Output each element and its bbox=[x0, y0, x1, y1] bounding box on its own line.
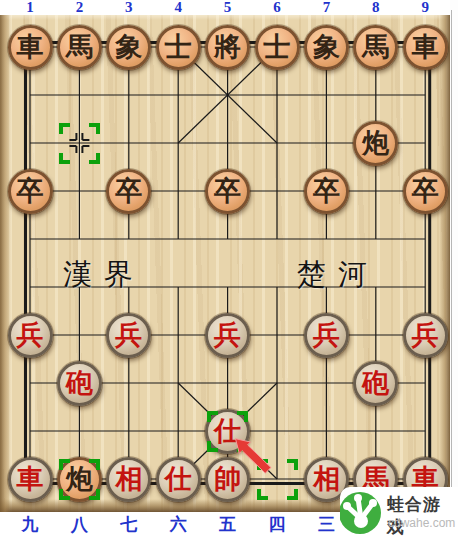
piece-glyph: 仕 bbox=[214, 409, 241, 454]
piece-glyph: 卒 bbox=[214, 169, 241, 214]
piece-black-cannon[interactable]: 炮 bbox=[57, 457, 102, 502]
watermark-name: 蛙合游戏 bbox=[387, 493, 458, 537]
top-file-label: 3 bbox=[117, 0, 141, 15]
piece-glyph: 卒 bbox=[313, 169, 340, 214]
watermark: 蛙合游戏 cdwahe.com bbox=[340, 487, 458, 537]
piece-black-horse[interactable]: 馬 bbox=[57, 25, 102, 70]
bottom-file-label: 九 bbox=[18, 515, 42, 535]
piece-black-elephant[interactable]: 象 bbox=[304, 25, 349, 70]
piece-red-soldier[interactable]: 兵 bbox=[403, 313, 448, 358]
piece-red-advisor[interactable]: 仕 bbox=[156, 457, 201, 502]
bottom-file-label: 五 bbox=[216, 515, 240, 535]
river-label-right: 楚河 bbox=[297, 249, 379, 299]
piece-red-elephant[interactable]: 相 bbox=[106, 457, 151, 502]
piece-black-cannon[interactable]: 炮 bbox=[353, 121, 398, 166]
piece-red-soldier[interactable]: 兵 bbox=[8, 313, 53, 358]
top-file-label: 6 bbox=[265, 0, 289, 15]
piece-black-advisor[interactable]: 士 bbox=[156, 25, 201, 70]
river-label-left: 漢界 bbox=[63, 249, 145, 299]
piece-glyph: 象 bbox=[115, 25, 142, 70]
piece-glyph: 馬 bbox=[66, 25, 93, 70]
piece-black-general[interactable]: 將 bbox=[205, 25, 250, 70]
top-file-label: 9 bbox=[413, 0, 437, 15]
piece-glyph: 兵 bbox=[313, 313, 340, 358]
top-file-label: 7 bbox=[314, 0, 338, 15]
piece-red-general[interactable]: 帥 bbox=[205, 457, 250, 502]
piece-black-horse[interactable]: 馬 bbox=[353, 25, 398, 70]
piece-glyph: 仕 bbox=[165, 457, 192, 502]
top-file-labels: 123456789 bbox=[0, 0, 450, 15]
top-file-label: 5 bbox=[216, 0, 240, 15]
piece-black-advisor[interactable]: 士 bbox=[255, 25, 300, 70]
piece-glyph: 車 bbox=[412, 25, 439, 70]
piece-glyph: 車 bbox=[17, 457, 44, 502]
piece-glyph: 卒 bbox=[17, 169, 44, 214]
bottom-file-label: 四 bbox=[265, 515, 289, 535]
top-file-label: 8 bbox=[364, 0, 388, 15]
piece-glyph: 兵 bbox=[214, 313, 241, 358]
piece-red-chariot[interactable]: 車 bbox=[8, 457, 53, 502]
piece-glyph: 砲 bbox=[66, 361, 93, 406]
piece-black-elephant[interactable]: 象 bbox=[106, 25, 151, 70]
piece-red-cannon[interactable]: 砲 bbox=[57, 361, 102, 406]
piece-glyph: 兵 bbox=[17, 313, 44, 358]
piece-glyph: 馬 bbox=[362, 25, 389, 70]
bottom-file-label: 三 bbox=[314, 515, 338, 535]
piece-glyph: 車 bbox=[17, 25, 44, 70]
top-file-label: 2 bbox=[67, 0, 91, 15]
piece-red-soldier[interactable]: 兵 bbox=[304, 313, 349, 358]
bottom-file-label: 八 bbox=[67, 515, 91, 535]
piece-glyph: 炮 bbox=[66, 457, 93, 502]
piece-glyph: 炮 bbox=[362, 121, 389, 166]
bottom-file-label: 七 bbox=[117, 515, 141, 535]
piece-black-chariot[interactable]: 車 bbox=[8, 25, 53, 70]
top-file-label: 4 bbox=[166, 0, 190, 15]
piece-glyph: 象 bbox=[313, 25, 340, 70]
frog-paw-icon bbox=[340, 491, 382, 535]
piece-black-chariot[interactable]: 車 bbox=[403, 25, 448, 70]
xiangqi-app: 123456789 漢界 楚河 車馬象士將士象馬車炮卒卒卒卒卒兵兵兵兵兵砲砲仕車… bbox=[0, 0, 458, 537]
piece-glyph: 砲 bbox=[362, 361, 389, 406]
piece-black-soldier[interactable]: 卒 bbox=[8, 169, 53, 214]
piece-black-soldier[interactable]: 卒 bbox=[403, 169, 448, 214]
piece-glyph: 將 bbox=[214, 25, 241, 70]
watermark-domain: cdwahe.com bbox=[388, 516, 455, 530]
piece-glyph: 士 bbox=[165, 25, 192, 70]
xiangqi-board[interactable]: 漢界 楚河 車馬象士將士象馬車炮卒卒卒卒卒兵兵兵兵兵砲砲仕車炮相仕帥相馬車 bbox=[0, 15, 450, 512]
piece-glyph: 兵 bbox=[115, 313, 142, 358]
piece-red-cannon[interactable]: 砲 bbox=[353, 361, 398, 406]
piece-glyph: 卒 bbox=[412, 169, 439, 214]
piece-black-soldier[interactable]: 卒 bbox=[205, 169, 250, 214]
scrollbar-strip[interactable] bbox=[450, 0, 458, 537]
piece-red-advisor[interactable]: 仕 bbox=[205, 409, 250, 454]
piece-black-soldier[interactable]: 卒 bbox=[304, 169, 349, 214]
piece-glyph: 帥 bbox=[214, 457, 241, 502]
scrollbar-rail bbox=[451, 10, 452, 537]
piece-glyph: 相 bbox=[115, 457, 142, 502]
piece-glyph: 相 bbox=[313, 457, 340, 502]
bottom-file-label: 六 bbox=[166, 515, 190, 535]
top-file-label: 1 bbox=[18, 0, 42, 15]
piece-black-soldier[interactable]: 卒 bbox=[106, 169, 151, 214]
piece-glyph: 士 bbox=[264, 25, 291, 70]
piece-red-soldier[interactable]: 兵 bbox=[106, 313, 151, 358]
piece-glyph: 兵 bbox=[412, 313, 439, 358]
piece-red-soldier[interactable]: 兵 bbox=[205, 313, 250, 358]
piece-glyph: 卒 bbox=[115, 169, 142, 214]
